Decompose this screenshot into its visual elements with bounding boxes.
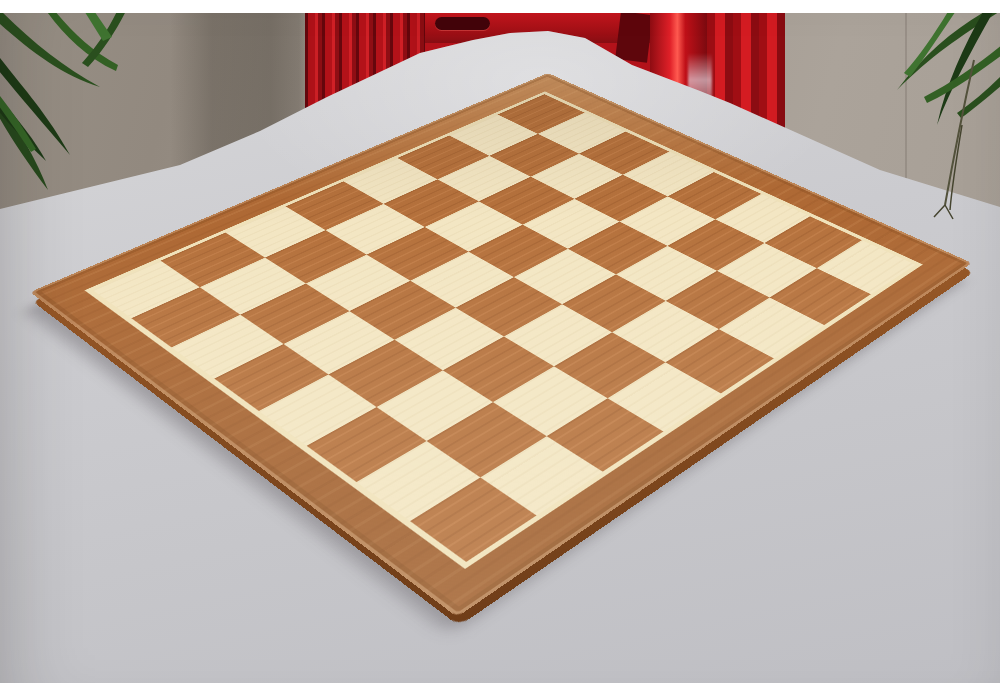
letterbox-bottom (0, 683, 1000, 700)
red-handle-slot (435, 17, 490, 30)
plant-top-right (812, 13, 1000, 235)
plant-left-lower-leaf (0, 91, 64, 169)
red-shadow-corner (615, 13, 653, 63)
photo-area (0, 13, 1000, 683)
screenshot (0, 0, 1000, 700)
letterbox-top (0, 0, 1000, 13)
